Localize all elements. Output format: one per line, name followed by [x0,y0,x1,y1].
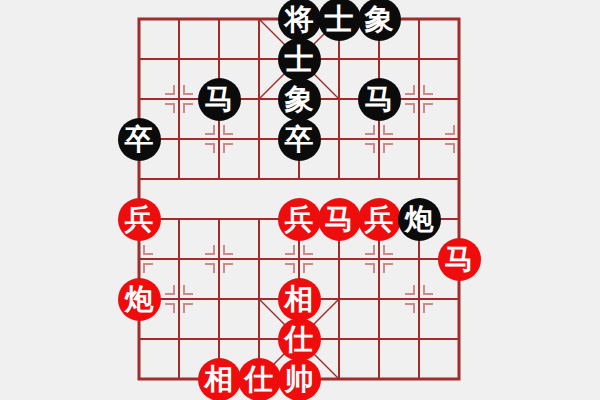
piece-red-king[interactable]: 帅 [278,358,321,400]
piece-black-horse[interactable]: 马 [198,78,241,121]
piece-black-horse[interactable]: 马 [358,78,401,121]
piece-red-soldier[interactable]: 兵 [278,198,321,241]
piece-black-cannon[interactable]: 炮 [398,198,441,241]
piece-red-soldier[interactable]: 兵 [118,198,161,241]
piece-black-general[interactable]: 将 [278,0,321,41]
piece-red-elephant[interactable]: 相 [278,278,321,321]
piece-red-cannon[interactable]: 炮 [118,278,161,321]
piece-black-soldier[interactable]: 卒 [278,118,321,161]
piece-red-advisor[interactable]: 仕 [238,358,281,400]
pieces-layer: 将士象士马象马卒卒兵兵马兵炮马炮相仕相仕帅 [119,0,479,399]
piece-black-soldier[interactable]: 卒 [118,118,161,161]
piece-red-elephant[interactable]: 相 [198,358,241,400]
piece-red-soldier[interactable]: 兵 [358,198,401,241]
piece-red-horse[interactable]: 马 [318,198,361,241]
piece-red-advisor[interactable]: 仕 [278,318,321,361]
piece-black-elephant[interactable]: 象 [358,0,401,41]
piece-black-advisor[interactable]: 士 [318,0,361,41]
xiangqi-board: 将士象士马象马卒卒兵兵马兵炮马炮相仕相仕帅 [0,0,600,400]
piece-red-horse[interactable]: 马 [438,238,481,281]
piece-black-elephant[interactable]: 象 [278,78,321,121]
piece-black-advisor[interactable]: 士 [278,38,321,81]
